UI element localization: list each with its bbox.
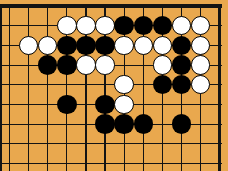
intersection[interactable] <box>153 95 172 115</box>
black-stone[interactable] <box>114 114 133 133</box>
white-stone[interactable] <box>95 55 114 74</box>
intersection[interactable] <box>191 36 210 56</box>
intersection[interactable] <box>191 114 210 134</box>
intersection[interactable] <box>57 75 76 95</box>
intersection[interactable] <box>95 75 114 95</box>
intersection[interactable] <box>95 114 114 134</box>
intersection[interactable] <box>0 114 19 134</box>
intersection[interactable] <box>115 16 134 36</box>
intersection[interactable] <box>95 0 114 16</box>
go-board[interactable] <box>0 0 228 171</box>
intersection[interactable] <box>19 0 38 16</box>
intersection[interactable] <box>76 75 95 95</box>
intersection[interactable] <box>95 95 114 115</box>
black-stone[interactable] <box>172 55 191 74</box>
intersection[interactable] <box>57 95 76 115</box>
intersection[interactable] <box>38 16 57 36</box>
black-stone[interactable] <box>114 16 133 35</box>
go-diagram-screenshot <box>0 0 228 171</box>
intersection[interactable] <box>172 154 191 171</box>
intersection[interactable] <box>19 36 38 56</box>
intersection[interactable] <box>19 55 38 75</box>
white-stone[interactable] <box>172 16 191 35</box>
intersection[interactable] <box>95 36 114 56</box>
intersection[interactable] <box>38 95 57 115</box>
intersection[interactable] <box>172 0 191 16</box>
intersection[interactable] <box>172 75 191 95</box>
white-stone[interactable] <box>191 36 210 55</box>
intersection[interactable] <box>172 114 191 134</box>
intersection[interactable] <box>210 154 228 171</box>
intersection[interactable] <box>191 154 210 171</box>
intersection[interactable] <box>0 75 19 95</box>
intersection[interactable] <box>134 36 153 56</box>
intersection[interactable] <box>153 75 172 95</box>
intersection[interactable] <box>57 154 76 171</box>
intersection[interactable] <box>38 134 57 154</box>
white-stone[interactable] <box>114 36 133 55</box>
black-stone[interactable] <box>172 114 191 133</box>
intersection[interactable] <box>134 154 153 171</box>
intersection[interactable] <box>134 16 153 36</box>
intersection[interactable] <box>76 134 95 154</box>
intersection[interactable] <box>38 75 57 95</box>
intersection[interactable] <box>210 36 228 56</box>
intersection[interactable] <box>57 16 76 36</box>
intersection[interactable] <box>172 55 191 75</box>
intersection[interactable] <box>153 55 172 75</box>
black-stone[interactable] <box>95 114 114 133</box>
intersection[interactable] <box>0 134 19 154</box>
intersection[interactable] <box>38 36 57 56</box>
intersection[interactable] <box>115 75 134 95</box>
intersection[interactable] <box>76 114 95 134</box>
intersection[interactable] <box>0 95 19 115</box>
black-stone[interactable] <box>38 55 57 74</box>
intersection[interactable] <box>76 154 95 171</box>
intersection[interactable] <box>95 16 114 36</box>
black-stone[interactable] <box>95 95 114 114</box>
intersection[interactable] <box>115 95 134 115</box>
intersection[interactable] <box>57 0 76 16</box>
intersection[interactable] <box>191 134 210 154</box>
intersection[interactable] <box>153 36 172 56</box>
intersection[interactable] <box>210 55 228 75</box>
black-stone[interactable] <box>134 114 153 133</box>
intersection[interactable] <box>115 134 134 154</box>
white-stone[interactable] <box>38 36 57 55</box>
intersection[interactable] <box>191 55 210 75</box>
intersection[interactable] <box>153 16 172 36</box>
black-stone[interactable] <box>172 36 191 55</box>
intersection[interactable] <box>76 36 95 56</box>
intersection[interactable] <box>115 55 134 75</box>
intersection[interactable] <box>95 134 114 154</box>
white-stone[interactable] <box>76 16 95 35</box>
intersection[interactable] <box>115 0 134 16</box>
white-stone[interactable] <box>57 16 76 35</box>
intersection[interactable] <box>0 16 19 36</box>
intersection[interactable] <box>134 134 153 154</box>
intersection[interactable] <box>134 95 153 115</box>
intersection[interactable] <box>0 0 19 16</box>
intersection[interactable] <box>115 114 134 134</box>
intersection[interactable] <box>95 154 114 171</box>
intersection[interactable] <box>172 16 191 36</box>
intersection[interactable] <box>210 0 228 16</box>
white-stone[interactable] <box>95 16 114 35</box>
intersection[interactable] <box>191 75 210 95</box>
intersection[interactable] <box>172 36 191 56</box>
white-stone[interactable] <box>114 95 133 114</box>
black-stone[interactable] <box>76 36 95 55</box>
white-stone[interactable] <box>19 36 38 55</box>
intersection[interactable] <box>134 75 153 95</box>
black-stone[interactable] <box>95 36 114 55</box>
black-stone[interactable] <box>57 55 76 74</box>
intersection[interactable] <box>134 0 153 16</box>
intersection[interactable] <box>95 55 114 75</box>
intersection[interactable] <box>115 154 134 171</box>
intersection[interactable] <box>57 114 76 134</box>
white-stone[interactable] <box>191 16 210 35</box>
intersection[interactable] <box>57 55 76 75</box>
intersection[interactable] <box>153 114 172 134</box>
intersection[interactable] <box>191 16 210 36</box>
black-stone[interactable] <box>172 75 191 94</box>
intersection[interactable] <box>134 114 153 134</box>
intersection[interactable] <box>210 95 228 115</box>
intersection[interactable] <box>19 95 38 115</box>
intersection[interactable] <box>19 134 38 154</box>
intersection[interactable] <box>19 154 38 171</box>
white-stone[interactable] <box>191 55 210 74</box>
white-stone[interactable] <box>76 55 95 74</box>
white-stone[interactable] <box>114 75 133 94</box>
intersection[interactable] <box>172 134 191 154</box>
white-stone[interactable] <box>134 36 153 55</box>
intersection[interactable] <box>0 55 19 75</box>
intersection[interactable] <box>0 36 19 56</box>
intersection[interactable] <box>76 95 95 115</box>
intersection[interactable] <box>191 95 210 115</box>
intersection[interactable] <box>38 55 57 75</box>
intersection[interactable] <box>19 114 38 134</box>
white-stone[interactable] <box>153 55 172 74</box>
stones-layer <box>0 0 228 171</box>
intersection[interactable] <box>76 55 95 75</box>
intersection[interactable] <box>76 0 95 16</box>
intersection[interactable] <box>210 114 228 134</box>
intersection[interactable] <box>210 16 228 36</box>
black-stone[interactable] <box>57 95 76 114</box>
black-stone[interactable] <box>153 16 172 35</box>
intersection[interactable] <box>153 154 172 171</box>
intersection[interactable] <box>172 95 191 115</box>
black-stone[interactable] <box>57 36 76 55</box>
intersection[interactable] <box>38 114 57 134</box>
intersection[interactable] <box>76 16 95 36</box>
intersection[interactable] <box>210 75 228 95</box>
intersection[interactable] <box>38 154 57 171</box>
intersection[interactable] <box>0 154 19 171</box>
white-stone[interactable] <box>191 75 210 94</box>
intersection[interactable] <box>191 0 210 16</box>
intersection[interactable] <box>115 36 134 56</box>
intersection[interactable] <box>57 134 76 154</box>
intersection[interactable] <box>134 55 153 75</box>
intersection[interactable] <box>19 16 38 36</box>
intersection[interactable] <box>19 75 38 95</box>
black-stone[interactable] <box>134 16 153 35</box>
intersection[interactable] <box>38 0 57 16</box>
intersection[interactable] <box>57 36 76 56</box>
intersection[interactable] <box>153 0 172 16</box>
intersection[interactable] <box>210 134 228 154</box>
intersection[interactable] <box>153 134 172 154</box>
black-stone[interactable] <box>153 75 172 94</box>
white-stone[interactable] <box>153 36 172 55</box>
